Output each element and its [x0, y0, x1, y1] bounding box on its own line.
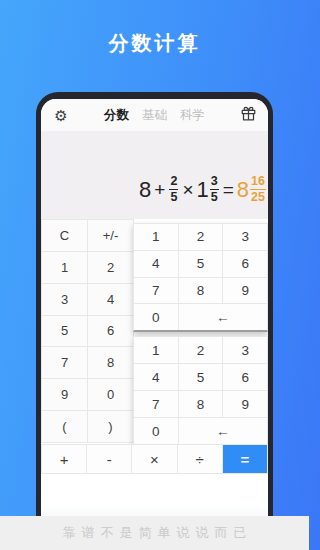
phone-screen: ⚙ 分数 基础 科学 — [41, 99, 268, 516]
settings-button[interactable]: ⚙ — [52, 108, 70, 123]
key-divide[interactable]: ÷ — [178, 445, 222, 473]
den-key-5[interactable]: 5 — [179, 364, 223, 390]
multiply-sign: × — [182, 179, 193, 201]
fraction-1-denominator: 5 — [169, 190, 178, 206]
den-key-0[interactable]: 0 — [134, 418, 178, 444]
key-equals[interactable]: = — [223, 445, 267, 473]
fraction-1-numerator: 2 — [169, 174, 178, 191]
num-key-8[interactable]: 8 — [179, 278, 223, 304]
num-key-0[interactable]: 0 — [134, 304, 178, 330]
footer-band: 靠谱不是简单说说而已 — [0, 516, 309, 550]
key-6[interactable]: 6 — [88, 316, 133, 347]
key-paren-close[interactable]: ) — [88, 411, 133, 442]
tab-basic[interactable]: 基础 — [142, 107, 167, 124]
phone-mockup: ⚙ 分数 基础 科学 — [36, 92, 273, 516]
screen-bottom-fade — [41, 475, 268, 516]
tab-fraction[interactable]: 分数 — [104, 107, 129, 124]
numerator-pad: 1 2 3 4 5 6 7 8 9 0 ← — [133, 223, 268, 332]
num-key-1[interactable]: 1 — [134, 224, 178, 250]
num-key-5[interactable]: 5 — [179, 251, 223, 277]
key-2[interactable]: 2 — [88, 252, 133, 283]
equals-sign: = — [223, 179, 234, 201]
gift-button[interactable] — [239, 106, 257, 125]
den-key-9[interactable]: 9 — [223, 391, 267, 417]
num-key-3[interactable]: 3 — [223, 224, 267, 250]
fraction-2-denominator: 5 — [210, 190, 219, 206]
num-key-9[interactable]: 9 — [223, 278, 267, 304]
key-1[interactable]: 1 — [42, 252, 87, 283]
plus-sign: + — [154, 179, 165, 201]
equation: 8 + 2 5 × 1 3 5 = 8 16 25 — [139, 174, 267, 206]
mixed-whole: 1 — [197, 177, 209, 203]
den-key-6[interactable]: 6 — [223, 364, 267, 390]
key-plusminus[interactable]: +/- — [88, 220, 133, 251]
gear-icon: ⚙ — [54, 108, 67, 123]
den-key-2[interactable]: 2 — [179, 337, 223, 363]
den-key-7[interactable]: 7 — [134, 391, 178, 417]
num-key-7[interactable]: 7 — [134, 278, 178, 304]
key-4[interactable]: 4 — [88, 284, 133, 315]
num-key-4[interactable]: 4 — [134, 251, 178, 277]
footer-slogan: 靠谱不是简单说说而已 — [57, 524, 253, 542]
result: 8 16 25 — [237, 174, 267, 206]
result-fraction: 16 25 — [250, 174, 266, 206]
den-key-3[interactable]: 3 — [223, 337, 267, 363]
key-add[interactable]: + — [42, 445, 86, 473]
result-denominator: 25 — [250, 190, 266, 206]
operator-row: + - × ÷ = — [41, 444, 268, 474]
result-whole: 8 — [237, 177, 249, 203]
num-key-2[interactable]: 2 — [179, 224, 223, 250]
result-numerator: 16 — [250, 174, 266, 191]
key-8[interactable]: 8 — [88, 347, 133, 378]
key-7[interactable]: 7 — [42, 347, 87, 378]
den-key-8[interactable]: 8 — [179, 391, 223, 417]
keypad: C +/- 1 2 3 4 5 6 7 8 9 0 ( ) 1 2 3 4 5 — [41, 219, 268, 516]
calc-display: 8 + 2 5 × 1 3 5 = 8 16 25 — [41, 131, 268, 219]
key-multiply[interactable]: × — [132, 445, 176, 473]
den-key-4[interactable]: 4 — [134, 364, 178, 390]
den-key-1[interactable]: 1 — [134, 337, 178, 363]
key-clear[interactable]: C — [42, 220, 87, 251]
whole-number-pad: C +/- 1 2 3 4 5 6 7 8 9 0 ( ) — [41, 219, 134, 443]
denominator-pad: 1 2 3 4 5 6 7 8 9 0 ← — [133, 336, 268, 445]
key-5[interactable]: 5 — [42, 316, 87, 347]
gift-icon — [241, 106, 256, 125]
fraction-2: 3 5 — [210, 174, 219, 206]
page-title: 分数计算 — [0, 30, 309, 57]
fraction-2-numerator: 3 — [210, 174, 219, 191]
mode-tabs: 分数 基础 科学 — [70, 107, 239, 124]
key-0[interactable]: 0 — [88, 379, 133, 410]
operand-whole: 8 — [139, 177, 151, 203]
key-paren-open[interactable]: ( — [42, 411, 87, 442]
num-backspace-icon[interactable]: ← — [179, 304, 267, 330]
app-header: ⚙ 分数 基础 科学 — [41, 99, 268, 131]
key-3[interactable]: 3 — [42, 284, 87, 315]
key-9[interactable]: 9 — [42, 379, 87, 410]
num-key-6[interactable]: 6 — [223, 251, 267, 277]
fraction-1: 2 5 — [169, 174, 178, 206]
den-backspace-icon[interactable]: ← — [179, 418, 267, 444]
key-subtract[interactable]: - — [87, 445, 131, 473]
tab-scientific[interactable]: 科学 — [180, 107, 205, 124]
